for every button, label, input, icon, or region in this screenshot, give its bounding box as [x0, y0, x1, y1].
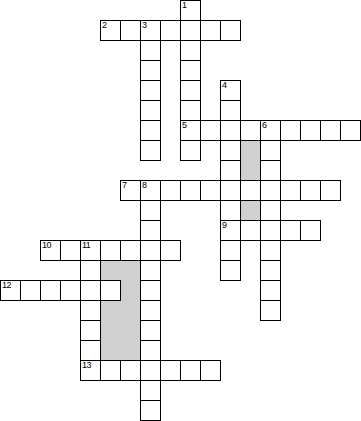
- shaded-cell: [100, 340, 120, 360]
- grid-cell[interactable]: [260, 300, 281, 321]
- grid-cell[interactable]: [140, 120, 161, 141]
- shaded-cell: [120, 340, 140, 360]
- grid-cell[interactable]: [140, 140, 161, 161]
- grid-cell[interactable]: [200, 20, 221, 41]
- grid-cell[interactable]: [220, 120, 241, 141]
- grid-cell[interactable]: [220, 260, 241, 281]
- grid-cell[interactable]: [340, 120, 361, 141]
- grid-cell[interactable]: [140, 240, 161, 261]
- grid-cell[interactable]: [80, 360, 101, 381]
- grid-cell[interactable]: [220, 20, 241, 41]
- shaded-cell: [100, 320, 120, 340]
- shaded-cell: [120, 260, 140, 280]
- grid-cell[interactable]: [140, 100, 161, 121]
- grid-cell[interactable]: [300, 120, 321, 141]
- shaded-cell: [240, 160, 260, 180]
- grid-cell[interactable]: [280, 180, 301, 201]
- grid-cell[interactable]: [280, 220, 301, 241]
- grid-cell[interactable]: [180, 80, 201, 101]
- grid-cell[interactable]: [80, 280, 101, 301]
- shaded-cell: [100, 300, 120, 320]
- grid-cell[interactable]: [180, 40, 201, 61]
- grid-cell[interactable]: [240, 180, 261, 201]
- grid-cell[interactable]: [260, 140, 281, 161]
- grid-cell[interactable]: [140, 60, 161, 81]
- grid-cell[interactable]: [180, 60, 201, 81]
- grid-cell[interactable]: [260, 160, 281, 181]
- grid-cell[interactable]: [300, 220, 321, 241]
- grid-cell[interactable]: [120, 180, 141, 201]
- grid-cell[interactable]: [160, 20, 181, 41]
- grid-cell[interactable]: [160, 240, 181, 261]
- grid-cell[interactable]: [140, 200, 161, 221]
- grid-cell[interactable]: [260, 200, 281, 221]
- grid-cell[interactable]: [80, 260, 101, 281]
- shaded-cell: [240, 200, 260, 220]
- grid-cell[interactable]: [0, 280, 21, 301]
- grid-cell[interactable]: [80, 300, 101, 321]
- grid-cell[interactable]: [140, 400, 161, 421]
- grid-cell[interactable]: [80, 320, 101, 341]
- grid-cell[interactable]: [80, 340, 101, 361]
- grid-cell[interactable]: [180, 100, 201, 121]
- grid-cell[interactable]: [140, 360, 161, 381]
- grid-cell[interactable]: [240, 220, 261, 241]
- shaded-cell: [240, 140, 260, 160]
- grid-cell[interactable]: [140, 180, 161, 201]
- crossword-board: 12345678910111213: [0, 0, 361, 421]
- grid-cell[interactable]: [100, 240, 121, 261]
- grid-cell[interactable]: [100, 360, 121, 381]
- grid-cell[interactable]: [60, 280, 81, 301]
- grid-cell[interactable]: [80, 240, 101, 261]
- grid-cell[interactable]: [180, 20, 201, 41]
- grid-cell[interactable]: [20, 280, 41, 301]
- grid-cell[interactable]: [40, 240, 61, 261]
- shaded-cell: [120, 300, 140, 320]
- grid-cell[interactable]: [260, 240, 281, 261]
- grid-cell[interactable]: [280, 120, 301, 141]
- grid-cell[interactable]: [260, 120, 281, 141]
- grid-cell[interactable]: [40, 280, 61, 301]
- grid-cell[interactable]: [260, 280, 281, 301]
- grid-cell[interactable]: [160, 180, 181, 201]
- grid-cell[interactable]: [120, 360, 141, 381]
- grid-cell[interactable]: [200, 360, 221, 381]
- grid-cell[interactable]: [140, 80, 161, 101]
- grid-cell[interactable]: [220, 140, 241, 161]
- shaded-cell: [120, 280, 140, 300]
- grid-cell[interactable]: [220, 180, 241, 201]
- grid-cell[interactable]: [160, 360, 181, 381]
- grid-cell[interactable]: [140, 340, 161, 361]
- shaded-cell: [120, 320, 140, 340]
- grid-cell[interactable]: [220, 240, 241, 261]
- grid-cell[interactable]: [240, 120, 261, 141]
- grid-cell[interactable]: [180, 120, 201, 141]
- grid-cell[interactable]: [140, 320, 161, 341]
- grid-cell[interactable]: [220, 80, 241, 101]
- grid-cell[interactable]: [140, 20, 161, 41]
- grid-cell[interactable]: [260, 180, 281, 201]
- shaded-cell: [100, 260, 120, 280]
- grid-cell[interactable]: [320, 180, 341, 201]
- grid-cell[interactable]: [220, 220, 241, 241]
- grid-cell[interactable]: [60, 240, 81, 261]
- grid-cell[interactable]: [140, 40, 161, 61]
- grid-cell[interactable]: [180, 0, 201, 21]
- grid-cell[interactable]: [200, 120, 221, 141]
- grid-cell[interactable]: [220, 200, 241, 221]
- grid-cell[interactable]: [260, 260, 281, 281]
- grid-cell[interactable]: [200, 180, 221, 201]
- grid-cell[interactable]: [120, 240, 141, 261]
- grid-cell[interactable]: [260, 220, 281, 241]
- grid-cell[interactable]: [180, 360, 201, 381]
- grid-cell[interactable]: [100, 20, 121, 41]
- grid-cell[interactable]: [180, 140, 201, 161]
- grid-cell[interactable]: [100, 280, 121, 301]
- grid-cell[interactable]: [140, 260, 161, 281]
- grid-cell[interactable]: [120, 20, 141, 41]
- grid-cell[interactable]: [140, 280, 161, 301]
- grid-cell[interactable]: [300, 180, 321, 201]
- grid-cell[interactable]: [180, 180, 201, 201]
- grid-cell[interactable]: [140, 380, 161, 401]
- grid-cell[interactable]: [320, 120, 341, 141]
- grid-cell[interactable]: [220, 160, 241, 181]
- grid-cell[interactable]: [220, 100, 241, 121]
- grid-cell[interactable]: [140, 300, 161, 321]
- grid-cell[interactable]: [140, 220, 161, 241]
